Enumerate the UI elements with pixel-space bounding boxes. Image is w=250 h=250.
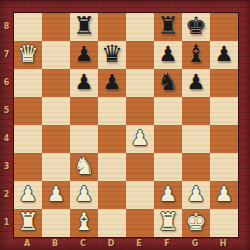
rank-label-1: 1 bbox=[0, 208, 13, 236]
black-pawn-icon[interactable]: ♟ bbox=[159, 40, 178, 68]
square-d8[interactable] bbox=[98, 13, 126, 41]
square-a1[interactable]: ♜ bbox=[14, 209, 42, 237]
square-a2[interactable]: ♟ bbox=[14, 181, 42, 209]
square-e3[interactable] bbox=[126, 153, 154, 181]
square-b1[interactable] bbox=[42, 209, 70, 237]
black-king-icon[interactable]: ♚ bbox=[185, 12, 207, 40]
square-c2[interactable]: ♟ bbox=[70, 181, 98, 209]
black-pawn-icon[interactable]: ♟ bbox=[215, 40, 234, 68]
square-c1[interactable]: ♝ bbox=[70, 209, 98, 237]
square-c3[interactable]: ♞ bbox=[70, 153, 98, 181]
square-e5[interactable] bbox=[126, 97, 154, 125]
square-h6[interactable] bbox=[210, 69, 238, 97]
white-pawn-icon[interactable]: ♟ bbox=[47, 180, 66, 208]
rank-label-8: 8 bbox=[0, 12, 13, 40]
rank-label-6: 6 bbox=[0, 68, 13, 96]
square-h4[interactable] bbox=[210, 125, 238, 153]
white-bishop-icon[interactable]: ♝ bbox=[73, 208, 95, 236]
white-rook-icon[interactable]: ♜ bbox=[157, 208, 179, 236]
square-f2[interactable]: ♟ bbox=[154, 181, 182, 209]
black-pawn-icon[interactable]: ♟ bbox=[103, 68, 122, 96]
square-b4[interactable] bbox=[42, 125, 70, 153]
white-king-icon[interactable]: ♚ bbox=[185, 208, 207, 236]
board-frame: 87654321 ♜♜♚♛♟♛♟♝♟♟♟♞♟♟♞♟♟♟♟♟♟♜♝♜♚ ABCDE… bbox=[0, 0, 250, 250]
square-d6[interactable]: ♟ bbox=[98, 69, 126, 97]
square-c4[interactable] bbox=[70, 125, 98, 153]
black-pawn-icon[interactable]: ♟ bbox=[187, 68, 206, 96]
file-label-g: G bbox=[181, 236, 209, 250]
square-a7[interactable]: ♛ bbox=[14, 41, 42, 69]
square-h3[interactable] bbox=[210, 153, 238, 181]
square-f7[interactable]: ♟ bbox=[154, 41, 182, 69]
square-g2[interactable]: ♟ bbox=[182, 181, 210, 209]
square-d5[interactable] bbox=[98, 97, 126, 125]
square-g8[interactable]: ♚ bbox=[182, 13, 210, 41]
square-e2[interactable] bbox=[126, 181, 154, 209]
black-knight-icon[interactable]: ♞ bbox=[157, 68, 179, 96]
square-e7[interactable] bbox=[126, 41, 154, 69]
square-a5[interactable] bbox=[14, 97, 42, 125]
square-g5[interactable] bbox=[182, 97, 210, 125]
square-c5[interactable] bbox=[70, 97, 98, 125]
square-f5[interactable] bbox=[154, 97, 182, 125]
rank-label-5: 5 bbox=[0, 96, 13, 124]
file-label-d: D bbox=[97, 236, 125, 250]
square-f6[interactable]: ♞ bbox=[154, 69, 182, 97]
square-e6[interactable] bbox=[126, 69, 154, 97]
chess-board[interactable]: ♜♜♚♛♟♛♟♝♟♟♟♞♟♟♞♟♟♟♟♟♟♜♝♜♚ bbox=[13, 12, 239, 238]
black-bishop-icon[interactable]: ♝ bbox=[185, 40, 207, 68]
square-b5[interactable] bbox=[42, 97, 70, 125]
square-h8[interactable] bbox=[210, 13, 238, 41]
square-d3[interactable] bbox=[98, 153, 126, 181]
square-a4[interactable] bbox=[14, 125, 42, 153]
square-c7[interactable]: ♟ bbox=[70, 41, 98, 69]
rank-label-2: 2 bbox=[0, 180, 13, 208]
square-h1[interactable] bbox=[210, 209, 238, 237]
square-e8[interactable] bbox=[126, 13, 154, 41]
square-a6[interactable] bbox=[14, 69, 42, 97]
rank-label-3: 3 bbox=[0, 152, 13, 180]
rank-label-7: 7 bbox=[0, 40, 13, 68]
square-b7[interactable] bbox=[42, 41, 70, 69]
file-labels: ABCDEFGH bbox=[13, 236, 237, 250]
black-pawn-icon[interactable]: ♟ bbox=[75, 40, 94, 68]
file-label-b: B bbox=[41, 236, 69, 250]
white-pawn-icon[interactable]: ♟ bbox=[75, 180, 94, 208]
square-d2[interactable] bbox=[98, 181, 126, 209]
square-h7[interactable]: ♟ bbox=[210, 41, 238, 69]
square-g1[interactable]: ♚ bbox=[182, 209, 210, 237]
square-c8[interactable]: ♜ bbox=[70, 13, 98, 41]
square-g6[interactable]: ♟ bbox=[182, 69, 210, 97]
square-g3[interactable] bbox=[182, 153, 210, 181]
file-label-c: C bbox=[69, 236, 97, 250]
black-queen-icon[interactable]: ♛ bbox=[101, 40, 123, 68]
square-a8[interactable] bbox=[14, 13, 42, 41]
square-d4[interactable] bbox=[98, 125, 126, 153]
square-e1[interactable] bbox=[126, 209, 154, 237]
white-pawn-icon[interactable]: ♟ bbox=[159, 180, 178, 208]
square-b8[interactable] bbox=[42, 13, 70, 41]
square-h5[interactable] bbox=[210, 97, 238, 125]
square-a3[interactable] bbox=[14, 153, 42, 181]
square-g4[interactable] bbox=[182, 125, 210, 153]
file-label-a: A bbox=[13, 236, 41, 250]
rank-label-4: 4 bbox=[0, 124, 13, 152]
black-pawn-icon[interactable]: ♟ bbox=[75, 68, 94, 96]
white-queen-icon[interactable]: ♛ bbox=[17, 40, 39, 68]
square-e4[interactable]: ♟ bbox=[126, 125, 154, 153]
square-f4[interactable] bbox=[154, 125, 182, 153]
black-rook-icon[interactable]: ♜ bbox=[157, 12, 179, 40]
white-knight-icon[interactable]: ♞ bbox=[73, 152, 95, 180]
file-label-e: E bbox=[125, 236, 153, 250]
black-rook-icon[interactable]: ♜ bbox=[73, 12, 95, 40]
white-pawn-icon[interactable]: ♟ bbox=[215, 180, 234, 208]
square-f3[interactable] bbox=[154, 153, 182, 181]
white-pawn-icon[interactable]: ♟ bbox=[19, 180, 38, 208]
white-pawn-icon[interactable]: ♟ bbox=[187, 180, 206, 208]
file-label-h: H bbox=[209, 236, 237, 250]
square-f8[interactable]: ♜ bbox=[154, 13, 182, 41]
square-b2[interactable]: ♟ bbox=[42, 181, 70, 209]
square-c6[interactable]: ♟ bbox=[70, 69, 98, 97]
square-h2[interactable]: ♟ bbox=[210, 181, 238, 209]
rank-labels: 87654321 bbox=[0, 12, 13, 236]
square-b6[interactable] bbox=[42, 69, 70, 97]
square-g7[interactable]: ♝ bbox=[182, 41, 210, 69]
square-b3[interactable] bbox=[42, 153, 70, 181]
white-rook-icon[interactable]: ♜ bbox=[17, 208, 39, 236]
file-label-f: F bbox=[153, 236, 181, 250]
square-d7[interactable]: ♛ bbox=[98, 41, 126, 69]
square-f1[interactable]: ♜ bbox=[154, 209, 182, 237]
white-pawn-icon[interactable]: ♟ bbox=[131, 124, 150, 152]
square-d1[interactable] bbox=[98, 209, 126, 237]
